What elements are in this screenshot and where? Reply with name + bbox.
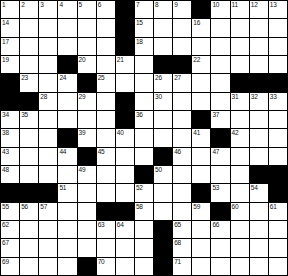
cell-r11-c14[interactable]: 54 [250, 184, 268, 201]
clue-number-70: 70 [98, 258, 105, 266]
cell-r4-c3[interactable] [39, 56, 57, 73]
cell-r3-c15[interactable] [269, 38, 287, 55]
clue-number-52: 52 [136, 184, 143, 192]
clue-number-21: 21 [117, 56, 124, 64]
cell-r8-c6[interactable] [97, 129, 115, 146]
clue-number-53: 53 [212, 184, 219, 192]
cell-r3-c1[interactable]: 17 [1, 38, 19, 55]
clue-number-22: 22 [193, 56, 200, 64]
cell-r9-c12[interactable]: 47 [211, 148, 229, 165]
cell-r14-c9-block [154, 239, 172, 256]
cell-r8-c1[interactable]: 38 [1, 129, 19, 146]
cell-r5-c12[interactable] [211, 74, 229, 91]
cell-r7-c9[interactable] [154, 111, 172, 128]
cell-r1-c10[interactable]: 9 [173, 1, 191, 18]
cell-r7-c8[interactable]: 36 [135, 111, 153, 128]
cell-r11-c1-block [1, 184, 19, 201]
cell-r7-c10[interactable] [173, 111, 191, 128]
cell-r13-c9-block [154, 221, 172, 238]
cell-r7-c5[interactable] [78, 111, 96, 128]
cell-r6-c9[interactable]: 30 [154, 93, 172, 110]
cell-r5-c13-block [231, 74, 249, 91]
clue-number-24: 24 [59, 74, 66, 82]
cell-r8-c14[interactable] [250, 129, 268, 146]
cell-r6-c4[interactable] [58, 93, 76, 110]
clue-number-60: 60 [232, 203, 239, 211]
cell-r5-c15-block [269, 74, 287, 91]
cell-r14-c3[interactable] [39, 239, 57, 256]
cell-r15-c13[interactable] [231, 258, 249, 275]
cell-r8-c5[interactable]: 39 [78, 129, 96, 146]
cell-r3-c6[interactable] [97, 38, 115, 55]
cell-r10-c14-block [250, 166, 268, 183]
crossword-board: 1234567891011121314151617181920212223242… [0, 0, 288, 276]
cell-r12-c13[interactable]: 60 [231, 203, 249, 220]
cell-r14-c12[interactable] [211, 239, 229, 256]
cell-r3-c9[interactable] [154, 38, 172, 55]
cell-r11-c7[interactable] [116, 184, 134, 201]
cell-r9-c5-block [78, 148, 96, 165]
cell-r7-c6[interactable] [97, 111, 115, 128]
cell-r4-c11[interactable]: 22 [192, 56, 210, 73]
cell-r10-c7[interactable] [116, 166, 134, 183]
cell-r4-c14[interactable] [250, 56, 268, 73]
cell-r12-c2[interactable]: 56 [20, 203, 38, 220]
cell-r13-c10[interactable]: 65 [173, 221, 191, 238]
cell-r7-c7-block [116, 111, 134, 128]
cell-r12-c9[interactable] [154, 203, 172, 220]
clue-number-45: 45 [98, 148, 105, 156]
cell-r8-c12-block [211, 129, 229, 146]
cell-r11-c15-block [269, 184, 287, 201]
cell-r9-c11[interactable] [192, 148, 210, 165]
cell-r13-c6[interactable]: 63 [97, 221, 115, 238]
cell-r5-c3[interactable] [39, 74, 57, 91]
cell-r9-c14[interactable] [250, 148, 268, 165]
clue-number-46: 46 [174, 148, 181, 156]
cell-r2-c10[interactable] [173, 19, 191, 36]
clue-number-19: 19 [2, 56, 9, 64]
cell-r6-c12[interactable] [211, 93, 229, 110]
cell-r3-c13[interactable] [231, 38, 249, 55]
cell-r6-c11[interactable] [192, 93, 210, 110]
cell-r12-c5[interactable] [78, 203, 96, 220]
cell-r14-c14[interactable] [250, 239, 268, 256]
cell-r5-c5-block [78, 74, 96, 91]
cell-r14-c4[interactable] [58, 239, 76, 256]
cell-r3-c7-block [116, 38, 134, 55]
cell-r10-c9[interactable]: 50 [154, 166, 172, 183]
cell-r12-c14[interactable] [250, 203, 268, 220]
cell-r12-c7-block [116, 203, 134, 220]
cell-r6-c14[interactable]: 32 [250, 93, 268, 110]
clue-number-54: 54 [251, 184, 258, 192]
clue-number-13: 13 [270, 1, 277, 9]
clue-number-4: 4 [59, 1, 62, 9]
cell-r13-c15[interactable] [269, 221, 287, 238]
cell-r4-c4-block [58, 56, 76, 73]
clue-number-7: 7 [136, 1, 139, 9]
clue-number-20: 20 [79, 56, 86, 64]
cell-r12-c1[interactable]: 55 [1, 203, 19, 220]
cell-r2-c5[interactable] [78, 19, 96, 36]
clue-number-58: 58 [136, 203, 143, 211]
cell-r3-c14[interactable] [250, 38, 268, 55]
cell-r3-c2[interactable] [20, 38, 38, 55]
cell-r5-c4[interactable]: 24 [58, 74, 76, 91]
cell-r12-c11[interactable]: 59 [192, 203, 210, 220]
cell-r2-c8[interactable]: 15 [135, 19, 153, 36]
cell-r10-c13[interactable] [231, 166, 249, 183]
cell-r10-c15-block [269, 166, 287, 183]
clue-number-66: 66 [212, 221, 219, 229]
cell-r14-c7[interactable] [116, 239, 134, 256]
cell-r7-c11-block [192, 111, 210, 128]
cell-r8-c2[interactable] [20, 129, 38, 146]
clue-number-25: 25 [98, 74, 105, 82]
cell-r10-c4[interactable] [58, 166, 76, 183]
clue-number-62: 62 [2, 221, 9, 229]
clue-number-16: 16 [193, 19, 200, 27]
cell-r12-c3[interactable]: 57 [39, 203, 57, 220]
cell-r1-c5[interactable]: 5 [78, 1, 96, 18]
cell-r14-c13[interactable] [231, 239, 249, 256]
cell-r2-c11[interactable]: 16 [192, 19, 210, 36]
cell-r15-c6[interactable]: 70 [97, 258, 115, 275]
clue-number-1: 1 [2, 1, 5, 9]
cell-r10-c10[interactable] [173, 166, 191, 183]
cell-r13-c4[interactable] [58, 221, 76, 238]
cell-r2-c6[interactable] [97, 19, 115, 36]
cell-r15-c5-block [78, 258, 96, 275]
cell-r4-c10-block [173, 56, 191, 73]
cell-r15-c2[interactable] [20, 258, 38, 275]
cell-r14-c8[interactable] [135, 239, 153, 256]
cell-r14-c10[interactable]: 68 [173, 239, 191, 256]
cell-r1-c7-block [116, 1, 134, 18]
clue-number-42: 42 [232, 129, 239, 137]
clue-number-71: 71 [174, 258, 181, 266]
cell-r14-c11[interactable] [192, 239, 210, 256]
cell-r15-c10[interactable]: 71 [173, 258, 191, 275]
clue-number-37: 37 [212, 111, 219, 119]
clue-number-56: 56 [21, 203, 28, 211]
cell-r11-c13[interactable] [231, 184, 249, 201]
cell-r12-c6-block [97, 203, 115, 220]
cell-r9-c6[interactable]: 45 [97, 148, 115, 165]
cell-r7-c15[interactable] [269, 111, 287, 128]
cell-r9-c10[interactable]: 46 [173, 148, 191, 165]
cell-r5-c9[interactable]: 26 [154, 74, 172, 91]
cell-r1-c12[interactable]: 10 [211, 1, 229, 18]
cell-r4-c6[interactable] [97, 56, 115, 73]
cell-r15-c15[interactable] [269, 258, 287, 275]
cell-r13-c7[interactable]: 64 [116, 221, 134, 238]
clue-number-11: 11 [232, 1, 238, 9]
cell-r15-c3[interactable] [39, 258, 57, 275]
cell-r13-c8[interactable] [135, 221, 153, 238]
clue-number-68: 68 [174, 239, 181, 247]
cell-r5-c6[interactable]: 25 [97, 74, 115, 91]
cell-r1-c14[interactable]: 12 [250, 1, 268, 18]
cell-r4-c8[interactable] [135, 56, 153, 73]
clue-number-41: 41 [193, 129, 200, 137]
cell-r5-c2[interactable]: 23 [20, 74, 38, 91]
cell-r10-c5[interactable]: 49 [78, 166, 96, 183]
cell-r9-c13[interactable] [231, 148, 249, 165]
cell-r7-c2[interactable]: 35 [20, 111, 38, 128]
cell-r13-c14[interactable] [250, 221, 268, 238]
clue-number-40: 40 [117, 129, 124, 137]
cell-r12-c8[interactable]: 58 [135, 203, 153, 220]
clue-number-29: 29 [79, 93, 86, 101]
clue-number-65: 65 [174, 221, 181, 229]
cell-r7-c12[interactable]: 37 [211, 111, 229, 128]
clue-number-10: 10 [212, 1, 219, 9]
clue-number-57: 57 [40, 203, 47, 211]
cell-r15-c8[interactable] [135, 258, 153, 275]
cell-r11-c12[interactable]: 53 [211, 184, 229, 201]
clue-number-35: 35 [21, 111, 28, 119]
cell-r8-c10[interactable] [173, 129, 191, 146]
cell-r2-c12[interactable] [211, 19, 229, 36]
clue-number-44: 44 [59, 148, 66, 156]
cell-r8-c11[interactable]: 41 [192, 129, 210, 146]
cell-r8-c15[interactable] [269, 129, 287, 146]
cell-r4-c13[interactable] [231, 56, 249, 73]
cell-r8-c4-block [58, 129, 76, 146]
clue-number-8: 8 [155, 1, 158, 9]
cell-r6-c7-block [116, 93, 134, 110]
clue-number-17: 17 [2, 38, 9, 46]
clue-number-49: 49 [79, 166, 86, 174]
clue-number-6: 6 [98, 1, 101, 9]
cell-r9-c1[interactable]: 43 [1, 148, 19, 165]
cell-r13-c13[interactable] [231, 221, 249, 238]
cell-r8-c7[interactable]: 40 [116, 129, 134, 146]
cell-r2-c15[interactable] [269, 19, 287, 36]
cell-r14-c6[interactable] [97, 239, 115, 256]
cell-r11-c3-block [39, 184, 57, 201]
cell-r6-c2-block [20, 93, 38, 110]
cell-r11-c11-block [192, 184, 210, 201]
cell-r15-c7[interactable] [116, 258, 134, 275]
cell-r4-c5[interactable]: 20 [78, 56, 96, 73]
cell-r4-c2[interactable] [20, 56, 38, 73]
cell-r11-c6[interactable] [97, 184, 115, 201]
cell-r2-c1[interactable]: 14 [1, 19, 19, 36]
cell-r10-c8-block [135, 166, 153, 183]
clue-number-33: 33 [270, 93, 277, 101]
clue-number-55: 55 [2, 203, 9, 211]
clue-number-61: 61 [270, 203, 277, 211]
cell-r3-c3[interactable] [39, 38, 57, 55]
clue-number-51: 51 [59, 184, 66, 192]
cell-r6-c3[interactable]: 28 [39, 93, 57, 110]
cell-r1-c8[interactable]: 7 [135, 1, 153, 18]
clue-number-48: 48 [2, 166, 9, 174]
cell-r6-c15[interactable]: 33 [269, 93, 287, 110]
cell-r10-c6[interactable] [97, 166, 115, 183]
cell-r1-c15[interactable]: 13 [269, 1, 287, 18]
cell-r6-c1-block [1, 93, 19, 110]
clue-number-36: 36 [136, 111, 143, 119]
cell-r6-c10[interactable] [173, 93, 191, 110]
clue-number-50: 50 [155, 166, 162, 174]
cell-r4-c7[interactable]: 21 [116, 56, 134, 73]
cell-r13-c1[interactable]: 62 [1, 221, 19, 238]
cell-r4-c12[interactable] [211, 56, 229, 73]
cell-r10-c12[interactable] [211, 166, 229, 183]
cell-r7-c3[interactable] [39, 111, 57, 128]
cell-r7-c14[interactable] [250, 111, 268, 128]
clue-number-26: 26 [155, 74, 162, 82]
cell-r1-c4[interactable]: 4 [58, 1, 76, 18]
clue-number-18: 18 [136, 38, 143, 46]
clue-number-67: 67 [2, 239, 9, 247]
cell-r5-c1-block [1, 74, 19, 91]
cell-r2-c3[interactable] [39, 19, 57, 36]
clue-number-9: 9 [174, 1, 177, 9]
cell-r2-c2[interactable] [20, 19, 38, 36]
cell-r13-c2[interactable] [20, 221, 38, 238]
cell-r12-c10[interactable] [173, 203, 191, 220]
cell-r5-c7[interactable] [116, 74, 134, 91]
cell-r13-c12[interactable]: 66 [211, 221, 229, 238]
cell-r15-c4[interactable] [58, 258, 76, 275]
cell-r15-c12[interactable] [211, 258, 229, 275]
cell-r10-c1[interactable]: 48 [1, 166, 19, 183]
cell-r5-c14-block [250, 74, 268, 91]
cell-r2-c4[interactable] [58, 19, 76, 36]
clue-number-31: 31 [232, 93, 239, 101]
cell-r8-c8[interactable] [135, 129, 153, 146]
clue-number-63: 63 [98, 221, 105, 229]
cell-r14-c15[interactable] [269, 239, 287, 256]
cell-r15-c11[interactable] [192, 258, 210, 275]
cell-r3-c12[interactable] [211, 38, 229, 55]
cell-r7-c13[interactable] [231, 111, 249, 128]
cell-r11-c4[interactable]: 51 [58, 184, 76, 201]
clue-number-14: 14 [2, 19, 9, 27]
cell-r6-c5[interactable]: 29 [78, 93, 96, 110]
cell-r1-c1[interactable]: 1 [1, 1, 19, 18]
clue-number-28: 28 [40, 93, 47, 101]
clue-number-64: 64 [117, 221, 124, 229]
clue-number-23: 23 [21, 74, 28, 82]
clue-number-5: 5 [79, 1, 82, 9]
cell-r13-c11[interactable] [192, 221, 210, 238]
cell-r13-c3[interactable] [39, 221, 57, 238]
clue-number-38: 38 [2, 129, 9, 137]
cell-r15-c1[interactable]: 69 [1, 258, 19, 275]
cell-r11-c10[interactable] [173, 184, 191, 201]
cell-r3-c11[interactable] [192, 38, 210, 55]
cell-r8-c13[interactable]: 42 [231, 129, 249, 146]
cell-r12-c15[interactable]: 61 [269, 203, 287, 220]
clue-number-27: 27 [174, 74, 181, 82]
clue-number-69: 69 [2, 258, 9, 266]
cell-r7-c4[interactable] [58, 111, 76, 128]
cell-r9-c15[interactable] [269, 148, 287, 165]
cell-r9-c9-block [154, 148, 172, 165]
cell-r11-c2-block [20, 184, 38, 201]
cell-r10-c3[interactable] [39, 166, 57, 183]
cell-r8-c9[interactable] [154, 129, 172, 146]
clue-number-43: 43 [2, 148, 9, 156]
cell-r3-c8[interactable]: 18 [135, 38, 153, 55]
cell-r3-c5[interactable] [78, 38, 96, 55]
cell-r9-c3[interactable] [39, 148, 57, 165]
cell-r14-c5[interactable] [78, 239, 96, 256]
cell-r12-c4[interactable] [58, 203, 76, 220]
clue-number-2: 2 [21, 1, 24, 9]
cell-r1-c6[interactable]: 6 [97, 1, 115, 18]
cell-r4-c15[interactable] [269, 56, 287, 73]
cell-r15-c9-block [154, 258, 172, 275]
cell-r2-c7-block [116, 19, 134, 36]
clue-number-3: 3 [40, 1, 43, 9]
clue-number-12: 12 [251, 1, 258, 9]
cell-r14-c2[interactable] [20, 239, 38, 256]
cell-r10-c11[interactable] [192, 166, 210, 183]
cell-r2-c9[interactable] [154, 19, 172, 36]
cell-r15-c14[interactable] [250, 258, 268, 275]
cell-r4-c1[interactable]: 19 [1, 56, 19, 73]
cell-r7-c1[interactable]: 34 [1, 111, 19, 128]
cell-r9-c4[interactable]: 44 [58, 148, 76, 165]
clue-number-34: 34 [2, 111, 9, 119]
cell-r9-c2[interactable] [20, 148, 38, 165]
cell-r11-c5[interactable] [78, 184, 96, 201]
cell-r5-c11[interactable] [192, 74, 210, 91]
cell-r1-c9[interactable]: 8 [154, 1, 172, 18]
cell-r3-c10[interactable] [173, 38, 191, 55]
clue-number-39: 39 [79, 129, 86, 137]
cell-r5-c8[interactable] [135, 74, 153, 91]
cell-r1-c13[interactable]: 11 [231, 1, 249, 18]
cell-r11-c9[interactable] [154, 184, 172, 201]
cell-r1-c2[interactable]: 2 [20, 1, 38, 18]
cell-r14-c1[interactable]: 67 [1, 239, 19, 256]
cell-r2-c14[interactable] [250, 19, 268, 36]
cell-r4-c9-block [154, 56, 172, 73]
cell-r12-c12-block [211, 203, 229, 220]
cell-r3-c4[interactable] [58, 38, 76, 55]
cell-r6-c13[interactable]: 31 [231, 93, 249, 110]
cell-r11-c8[interactable]: 52 [135, 184, 153, 201]
cell-r6-c6[interactable] [97, 93, 115, 110]
cell-r13-c5[interactable] [78, 221, 96, 238]
clue-number-15: 15 [136, 19, 143, 27]
cell-r2-c13[interactable] [231, 19, 249, 36]
cell-r1-c3[interactable]: 3 [39, 1, 57, 18]
cell-r10-c2[interactable] [20, 166, 38, 183]
cell-r1-c11-block [192, 1, 210, 18]
clue-number-32: 32 [251, 93, 258, 101]
clue-number-59: 59 [193, 203, 200, 211]
cell-r6-c8[interactable] [135, 93, 153, 110]
cell-r9-c7[interactable] [116, 148, 134, 165]
cell-r8-c3[interactable] [39, 129, 57, 146]
clue-number-47: 47 [212, 148, 219, 156]
clue-number-30: 30 [155, 93, 162, 101]
cell-r5-c10[interactable]: 27 [173, 74, 191, 91]
cell-r9-c8[interactable] [135, 148, 153, 165]
